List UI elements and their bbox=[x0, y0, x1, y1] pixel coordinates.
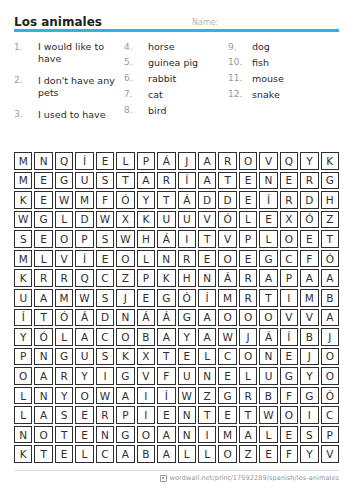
grid-cell-r8c11: M bbox=[218, 289, 236, 307]
grid-cell-r2c5: S bbox=[96, 172, 114, 190]
grid-cell-r7c4: Q bbox=[75, 269, 93, 287]
grid-cell-r8c10: Í bbox=[198, 289, 216, 307]
word-item-text: horse bbox=[148, 41, 175, 53]
grid-cell-r5c2: E bbox=[34, 230, 52, 248]
grid-cell-r10c9: Y bbox=[178, 328, 196, 346]
grid-cell-r2c12: E bbox=[239, 172, 257, 190]
grid-cell-r3c11: D bbox=[218, 191, 236, 209]
grid-cell-r11c12: O bbox=[239, 348, 257, 366]
grid-cell-r14c6: P bbox=[116, 406, 134, 424]
name-label: Name: bbox=[192, 18, 218, 27]
grid-cell-r9c2: T bbox=[34, 309, 52, 327]
grid-cell-r11c13: N bbox=[259, 348, 277, 366]
grid-cell-r8c12: R bbox=[239, 289, 257, 307]
grid-cell-r3c1: K bbox=[14, 191, 32, 209]
grid-cell-r12c7: V bbox=[137, 367, 155, 385]
grid-cell-r16c4: L bbox=[75, 445, 93, 463]
grid-cell-r8c2: A bbox=[34, 289, 52, 307]
grid-cell-r5c7: H bbox=[137, 230, 155, 248]
word-item-number: 11. bbox=[228, 73, 246, 85]
grid-cell-r12c4: Y bbox=[75, 367, 93, 385]
grid-cell-r4c16: Z bbox=[321, 211, 339, 229]
grid-cell-r8c7: E bbox=[137, 289, 155, 307]
word-item-text: mouse bbox=[252, 73, 284, 85]
grid-cell-r11c1: P bbox=[14, 348, 32, 366]
grid-cell-r2c13: N bbox=[259, 172, 277, 190]
grid-cell-r13c16: Ó bbox=[321, 387, 339, 405]
grid-cell-r6c11: O bbox=[218, 250, 236, 268]
word-list-item: 10.fish bbox=[228, 57, 339, 69]
grid-cell-r13c13: B bbox=[259, 387, 277, 405]
grid-cell-r11c10: L bbox=[198, 348, 216, 366]
grid-cell-r2c7: A bbox=[137, 172, 155, 190]
grid-cell-r6c15: F bbox=[300, 250, 318, 268]
word-item-number: 12. bbox=[228, 89, 246, 101]
grid-cell-r1c14: Q bbox=[280, 152, 298, 170]
grid-cell-r14c14: O bbox=[280, 406, 298, 424]
grid-cell-r14c4: E bbox=[75, 406, 93, 424]
grid-cell-r3c13: Í bbox=[259, 191, 277, 209]
word-item-number: 4. bbox=[124, 41, 142, 53]
grid-cell-r4c5: W bbox=[96, 211, 114, 229]
grid-cell-r12c6: G bbox=[116, 367, 134, 385]
word-list-item: 5.guinea pig bbox=[124, 57, 228, 69]
grid-cell-r5c5: S bbox=[96, 230, 114, 248]
grid-cell-r12c3: R bbox=[55, 367, 73, 385]
grid-cell-r6c5: E bbox=[96, 250, 114, 268]
word-list-item: 12.snake bbox=[228, 89, 339, 101]
word-list: 1.I would like to have2.I don't have any… bbox=[14, 41, 339, 130]
grid-cell-r5c13: L bbox=[259, 230, 277, 248]
grid-cell-r13c10: Z bbox=[198, 387, 216, 405]
grid-cell-r1c3: Q bbox=[55, 152, 73, 170]
grid-cell-r5c9: I bbox=[178, 230, 196, 248]
grid-cell-r6c7: L bbox=[137, 250, 155, 268]
grid-cell-r7c2: R bbox=[34, 269, 52, 287]
word-item-number: 2. bbox=[14, 75, 32, 99]
grid-cell-r14c12: T bbox=[239, 406, 257, 424]
grid-cell-r3c12: E bbox=[239, 191, 257, 209]
grid-cell-r7c13: A bbox=[259, 269, 277, 287]
grid-cell-r7c16: A bbox=[321, 269, 339, 287]
grid-cell-r3c5: F bbox=[96, 191, 114, 209]
grid-cell-r1c6: L bbox=[116, 152, 134, 170]
grid-cell-r15c11: M bbox=[218, 426, 236, 444]
grid-cell-r6c16: Ó bbox=[321, 250, 339, 268]
grid-cell-r7c11: Á bbox=[218, 269, 236, 287]
grid-cell-r10c13: Á bbox=[259, 328, 277, 346]
grid-cell-r7c7: P bbox=[137, 269, 155, 287]
grid-cell-r13c6: A bbox=[116, 387, 134, 405]
grid-cell-r3c7: Y bbox=[137, 191, 155, 209]
wordsearch-grid: MNQÍELPÁJAROVQYKMEGUSTARÍATENERGKEWMFÓYT… bbox=[14, 152, 339, 463]
grid-cell-r5c10: T bbox=[198, 230, 216, 248]
grid-cell-r3c16: H bbox=[321, 191, 339, 209]
grid-cell-r15c9: N bbox=[178, 426, 196, 444]
word-list-item: 3.I used to have bbox=[14, 109, 124, 121]
grid-cell-r12c9: U bbox=[178, 367, 196, 385]
grid-cell-r15c15: S bbox=[300, 426, 318, 444]
grid-cell-r11c4: U bbox=[75, 348, 93, 366]
word-item-number: 9. bbox=[228, 41, 246, 53]
grid-cell-r15c3: T bbox=[55, 426, 73, 444]
grid-cell-r8c6: J bbox=[116, 289, 134, 307]
grid-cell-r16c2: T bbox=[34, 445, 52, 463]
grid-cell-r8c13: T bbox=[259, 289, 277, 307]
grid-cell-r4c15: Ó bbox=[300, 211, 318, 229]
grid-cell-r7c12: R bbox=[239, 269, 257, 287]
grid-cell-r11c15: J bbox=[300, 348, 318, 366]
grid-cell-r10c3: L bbox=[55, 328, 73, 346]
grid-cell-r4c11: Ó bbox=[218, 211, 236, 229]
grid-cell-r4c8: U bbox=[157, 211, 175, 229]
grid-cell-r6c14: C bbox=[280, 250, 298, 268]
grid-cell-r2c11: T bbox=[218, 172, 236, 190]
word-item-text: rabbit bbox=[148, 73, 176, 85]
grid-cell-r16c10: L bbox=[198, 445, 216, 463]
grid-cell-r5c4: P bbox=[75, 230, 93, 248]
grid-cell-r13c15: G bbox=[300, 387, 318, 405]
grid-cell-r10c14: Í bbox=[280, 328, 298, 346]
wordwall-logo-icon bbox=[160, 475, 167, 482]
grid-cell-r9c5: D bbox=[96, 309, 114, 327]
grid-cell-r3c8: T bbox=[157, 191, 175, 209]
grid-cell-r9c3: Ó bbox=[55, 309, 73, 327]
grid-cell-r8c14: I bbox=[280, 289, 298, 307]
grid-cell-r4c14: X bbox=[280, 211, 298, 229]
grid-cell-r9c1: Í bbox=[14, 309, 32, 327]
word-list-item: 1.I would like to have bbox=[14, 41, 124, 65]
grid-cell-r5c14: O bbox=[280, 230, 298, 248]
grid-cell-r11c14: E bbox=[280, 348, 298, 366]
grid-cell-r14c10: T bbox=[198, 406, 216, 424]
grid-cell-r7c10: N bbox=[198, 269, 216, 287]
grid-cell-r1c12: O bbox=[239, 152, 257, 170]
grid-cell-r9c13: O bbox=[259, 309, 277, 327]
grid-cell-r9c14: V bbox=[280, 309, 298, 327]
grid-cell-r8c16: B bbox=[321, 289, 339, 307]
grid-cell-r6c3: V bbox=[55, 250, 73, 268]
grid-cell-r2c8: R bbox=[157, 172, 175, 190]
word-item-text: fish bbox=[252, 57, 269, 69]
grid-cell-r13c12: R bbox=[239, 387, 257, 405]
grid-cell-r9c7: Á bbox=[137, 309, 155, 327]
grid-cell-r1c11: R bbox=[218, 152, 236, 170]
grid-cell-r5c16: T bbox=[321, 230, 339, 248]
grid-cell-r12c11: E bbox=[218, 367, 236, 385]
grid-cell-r14c11: E bbox=[218, 406, 236, 424]
grid-cell-r3c3: W bbox=[55, 191, 73, 209]
grid-cell-r14c9: N bbox=[178, 406, 196, 424]
word-item-number: 5. bbox=[124, 57, 142, 69]
word-item-number: 1. bbox=[14, 41, 32, 65]
grid-cell-r2c15: R bbox=[300, 172, 318, 190]
grid-cell-r2c4: U bbox=[75, 172, 93, 190]
grid-cell-r11c7: X bbox=[137, 348, 155, 366]
grid-cell-r13c2: N bbox=[34, 387, 52, 405]
grid-cell-r16c8: A bbox=[157, 445, 175, 463]
grid-cell-r14c13: W bbox=[259, 406, 277, 424]
grid-cell-r1c5: E bbox=[96, 152, 114, 170]
grid-cell-r3c15: D bbox=[300, 191, 318, 209]
grid-cell-r5c12: P bbox=[239, 230, 257, 248]
word-list-item: 2.I don't have any pets bbox=[14, 75, 124, 99]
grid-cell-r14c7: I bbox=[137, 406, 155, 424]
grid-cell-r10c16: J bbox=[321, 328, 339, 346]
word-item-text: I would like to have bbox=[38, 41, 124, 65]
grid-cell-r6c10: E bbox=[198, 250, 216, 268]
word-list-item: 6.rabbit bbox=[124, 73, 228, 85]
grid-cell-r5c15: E bbox=[300, 230, 318, 248]
grid-cell-r13c5: W bbox=[96, 387, 114, 405]
word-item-number: 8. bbox=[124, 105, 142, 117]
grid-cell-r1c13: V bbox=[259, 152, 277, 170]
word-list-item: 9.dog bbox=[228, 41, 339, 53]
grid-cell-r1c16: K bbox=[321, 152, 339, 170]
grid-cell-r16c9: L bbox=[178, 445, 196, 463]
grid-cell-r15c8: A bbox=[157, 426, 175, 444]
grid-cell-r6c9: R bbox=[178, 250, 196, 268]
word-list-item: 8.bird bbox=[124, 105, 228, 117]
grid-cell-r8c1: U bbox=[14, 289, 32, 307]
grid-cell-r5c3: O bbox=[55, 230, 73, 248]
grid-cell-r2c10: A bbox=[198, 172, 216, 190]
word-list-item: 4.horse bbox=[124, 41, 228, 53]
word-item-number: 10. bbox=[228, 57, 246, 69]
grid-cell-r4c2: G bbox=[34, 211, 52, 229]
grid-cell-r6c8: N bbox=[157, 250, 175, 268]
grid-cell-r15c4: E bbox=[75, 426, 93, 444]
grid-cell-r12c8: F bbox=[157, 367, 175, 385]
grid-cell-r16c6: A bbox=[116, 445, 134, 463]
grid-cell-r4c7: K bbox=[137, 211, 155, 229]
grid-cell-r10c8: A bbox=[157, 328, 175, 346]
grid-cell-r15c6: G bbox=[116, 426, 134, 444]
grid-cell-r6c1: M bbox=[14, 250, 32, 268]
grid-cell-r4c9: U bbox=[178, 211, 196, 229]
grid-cell-r11c8: T bbox=[157, 348, 175, 366]
grid-cell-r2c16: G bbox=[321, 172, 339, 190]
grid-cell-r9c15: V bbox=[300, 309, 318, 327]
grid-cell-r15c12: A bbox=[239, 426, 257, 444]
word-item-text: cat bbox=[148, 89, 163, 101]
grid-cell-r9c10: A bbox=[198, 309, 216, 327]
grid-cell-r1c9: J bbox=[178, 152, 196, 170]
grid-cell-r1c7: P bbox=[137, 152, 155, 170]
grid-cell-r4c1: W bbox=[14, 211, 32, 229]
grid-cell-r2c1: M bbox=[14, 172, 32, 190]
grid-cell-r2c9: Í bbox=[178, 172, 196, 190]
grid-cell-r15c7: O bbox=[137, 426, 155, 444]
grid-cell-r13c7: I bbox=[137, 387, 155, 405]
grid-cell-r12c10: N bbox=[198, 367, 216, 385]
grid-cell-r5c1: S bbox=[14, 230, 32, 248]
grid-cell-r4c10: V bbox=[198, 211, 216, 229]
grid-cell-r15c1: N bbox=[14, 426, 32, 444]
grid-cell-r12c1: O bbox=[14, 367, 32, 385]
grid-cell-r14c2: A bbox=[34, 406, 52, 424]
footer: wordwall.net/print/17592289/spanish/los-… bbox=[160, 474, 339, 482]
page-title: Los animales bbox=[14, 15, 102, 29]
word-list-item: 11.mouse bbox=[228, 73, 339, 85]
grid-cell-r13c14: F bbox=[280, 387, 298, 405]
footer-url: wordwall.net/print/17592289/spanish/los-… bbox=[170, 474, 339, 482]
grid-cell-r12c14: G bbox=[280, 367, 298, 385]
grid-cell-r7c9: H bbox=[178, 269, 196, 287]
grid-cell-r10c7: B bbox=[137, 328, 155, 346]
grid-cell-r1c1: M bbox=[14, 152, 32, 170]
grid-cell-r16c15: Y bbox=[300, 445, 318, 463]
grid-cell-r3c2: E bbox=[34, 191, 52, 209]
grid-cell-r1c15: Y bbox=[300, 152, 318, 170]
word-item-number: 7. bbox=[124, 89, 142, 101]
footer-divider bbox=[14, 470, 339, 471]
grid-cell-r6c4: Í bbox=[75, 250, 93, 268]
grid-cell-r10c5: C bbox=[96, 328, 114, 346]
grid-cell-r15c14: E bbox=[280, 426, 298, 444]
grid-cell-r4c4: D bbox=[75, 211, 93, 229]
grid-cell-r15c2: O bbox=[34, 426, 52, 444]
grid-cell-r1c2: N bbox=[34, 152, 52, 170]
grid-cell-r16c14: F bbox=[280, 445, 298, 463]
grid-cell-r4c13: E bbox=[259, 211, 277, 229]
worksheet-page: Los animales Name: 1.I would like to hav… bbox=[0, 0, 353, 500]
grid-cell-r3c10: D bbox=[198, 191, 216, 209]
word-list-column-2: 4.horse5.guinea pig6.rabbit7.cat8.bird bbox=[124, 41, 228, 130]
grid-cell-r9c11: O bbox=[218, 309, 236, 327]
grid-cell-r2c2: E bbox=[34, 172, 52, 190]
grid-cell-r14c1: L bbox=[14, 406, 32, 424]
grid-cell-r4c12: L bbox=[239, 211, 257, 229]
grid-cell-r1c4: Í bbox=[75, 152, 93, 170]
grid-cell-r7c14: P bbox=[280, 269, 298, 287]
grid-cell-r11c9: E bbox=[178, 348, 196, 366]
grid-cell-r9c6: N bbox=[116, 309, 134, 327]
grid-cell-r5c6: W bbox=[116, 230, 134, 248]
grid-cell-r2c14: E bbox=[280, 172, 298, 190]
grid-cell-r3c14: R bbox=[280, 191, 298, 209]
grid-cell-r7c8: K bbox=[157, 269, 175, 287]
grid-cell-r3c4: M bbox=[75, 191, 93, 209]
grid-cell-r8c5: S bbox=[96, 289, 114, 307]
word-item-text: snake bbox=[252, 89, 280, 101]
grid-cell-r9c16: A bbox=[321, 309, 339, 327]
word-item-text: I don't have any pets bbox=[38, 75, 124, 99]
grid-cell-r6c2: L bbox=[34, 250, 52, 268]
grid-cell-r3c9: Á bbox=[178, 191, 196, 209]
grid-cell-r6c13: G bbox=[259, 250, 277, 268]
grid-cell-r16c7: B bbox=[137, 445, 155, 463]
grid-cell-r15c5: N bbox=[96, 426, 114, 444]
word-item-text: dog bbox=[252, 41, 270, 53]
grid-cell-r11c16: O bbox=[321, 348, 339, 366]
grid-cell-r6c6: O bbox=[116, 250, 134, 268]
grid-cell-r12c12: L bbox=[239, 367, 257, 385]
grid-cell-r9c12: O bbox=[239, 309, 257, 327]
grid-cell-r16c5: C bbox=[96, 445, 114, 463]
grid-cell-r7c3: R bbox=[55, 269, 73, 287]
grid-cell-r13c9: W bbox=[178, 387, 196, 405]
grid-cell-r5c8: Á bbox=[157, 230, 175, 248]
grid-cell-r8c4: W bbox=[75, 289, 93, 307]
grid-cell-r10c15: B bbox=[300, 328, 318, 346]
grid-cell-r16c1: K bbox=[14, 445, 32, 463]
grid-cell-r13c1: L bbox=[14, 387, 32, 405]
grid-cell-r14c5: R bbox=[96, 406, 114, 424]
grid-cell-r12c16: O bbox=[321, 367, 339, 385]
grid-cell-r16c3: E bbox=[55, 445, 73, 463]
grid-cell-r7c1: K bbox=[14, 269, 32, 287]
grid-cell-r10c11: W bbox=[218, 328, 236, 346]
grid-cell-r16c12: Z bbox=[239, 445, 257, 463]
word-item-text: bird bbox=[148, 105, 166, 117]
grid-cell-r13c11: G bbox=[218, 387, 236, 405]
grid-cell-r13c8: Í bbox=[157, 387, 175, 405]
grid-cell-r5c11: V bbox=[218, 230, 236, 248]
grid-cell-r9c8: Á bbox=[157, 309, 175, 327]
grid-cell-r2c6: T bbox=[116, 172, 134, 190]
word-item-text: guinea pig bbox=[148, 57, 198, 69]
grid-cell-r10c10: A bbox=[198, 328, 216, 346]
grid-cell-r15c16: P bbox=[321, 426, 339, 444]
grid-cell-r6c12: E bbox=[239, 250, 257, 268]
grid-cell-r8c9: Ó bbox=[178, 289, 196, 307]
word-list-column-1: 1.I would like to have2.I don't have any… bbox=[14, 41, 124, 130]
grid-cell-r12c13: U bbox=[259, 367, 277, 385]
grid-cell-r10c6: O bbox=[116, 328, 134, 346]
word-item-number: 6. bbox=[124, 73, 142, 85]
word-list-column-3: 9.dog10.fish11.mouse12.snake bbox=[228, 41, 339, 130]
grid-cell-r7c15: A bbox=[300, 269, 318, 287]
grid-cell-r10c2: Ó bbox=[34, 328, 52, 346]
grid-cell-r2c3: G bbox=[55, 172, 73, 190]
grid-cell-r16c11: O bbox=[218, 445, 236, 463]
grid-cell-r10c1: Y bbox=[14, 328, 32, 346]
grid-cell-r10c4: A bbox=[75, 328, 93, 346]
header-accent-rule bbox=[14, 29, 339, 32]
grid-cell-r15c13: L bbox=[259, 426, 277, 444]
grid-cell-r12c15: Y bbox=[300, 367, 318, 385]
grid-cell-r1c8: Á bbox=[157, 152, 175, 170]
grid-cell-r8c3: M bbox=[55, 289, 73, 307]
grid-cell-r16c16: V bbox=[321, 445, 339, 463]
word-list-item: 7.cat bbox=[124, 89, 228, 101]
grid-cell-r7c6: Z bbox=[116, 269, 134, 287]
grid-cell-r12c2: A bbox=[34, 367, 52, 385]
grid-cell-r9c9: G bbox=[178, 309, 196, 327]
grid-cell-r9c4: Á bbox=[75, 309, 93, 327]
grid-cell-r4c3: L bbox=[55, 211, 73, 229]
grid-cell-r7c5: C bbox=[96, 269, 114, 287]
grid-cell-r14c15: I bbox=[300, 406, 318, 424]
grid-cell-r14c16: C bbox=[321, 406, 339, 424]
grid-cell-r11c6: K bbox=[116, 348, 134, 366]
grid-cell-r13c4: O bbox=[75, 387, 93, 405]
grid-cell-r4c6: X bbox=[116, 211, 134, 229]
grid-cell-r10c12: J bbox=[239, 328, 257, 346]
grid-cell-r8c8: G bbox=[157, 289, 175, 307]
grid-cell-r1c10: A bbox=[198, 152, 216, 170]
grid-cell-r15c10: I bbox=[198, 426, 216, 444]
word-item-text: I used to have bbox=[38, 109, 106, 121]
grid-cell-r16c13: E bbox=[259, 445, 277, 463]
grid-cell-r13c3: Y bbox=[55, 387, 73, 405]
grid-cell-r11c3: G bbox=[55, 348, 73, 366]
grid-cell-r8c15: M bbox=[300, 289, 318, 307]
grid-cell-r3c6: Ó bbox=[116, 191, 134, 209]
grid-cell-r14c3: S bbox=[55, 406, 73, 424]
word-item-number: 3. bbox=[14, 109, 32, 121]
